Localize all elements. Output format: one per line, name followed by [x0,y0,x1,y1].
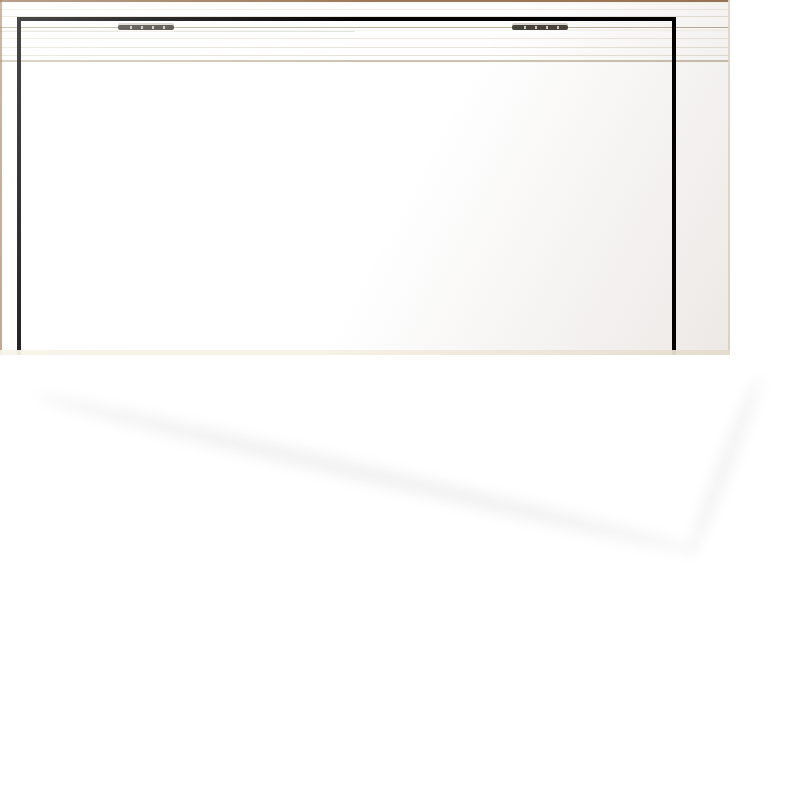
drop-shadow-right [685,374,766,555]
drop-shadow-front [35,389,701,560]
board-top-face [0,0,730,355]
product-photo-chessboard-box [0,0,800,800]
lighting-sheen-overlay [0,0,730,355]
